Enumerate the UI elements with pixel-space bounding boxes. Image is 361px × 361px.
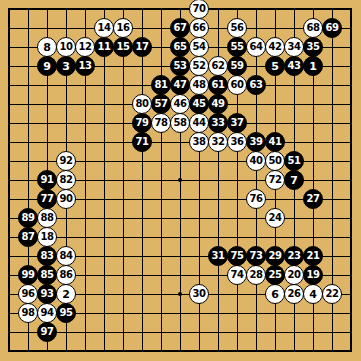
stone-black-55[interactable]: 55	[227, 37, 247, 57]
stone-black-79[interactable]: 79	[132, 113, 152, 133]
stone-white-20[interactable]: 20	[284, 265, 304, 285]
stone-white-94[interactable]: 94	[37, 303, 57, 323]
stone-black-95[interactable]: 95	[56, 303, 76, 323]
stone-white-84[interactable]: 84	[56, 246, 76, 266]
stone-white-16[interactable]: 16	[113, 18, 133, 38]
stone-white-2[interactable]: 2	[56, 284, 76, 304]
stone-black-35[interactable]: 35	[303, 37, 323, 57]
stone-black-27[interactable]: 27	[303, 189, 323, 209]
stone-black-1[interactable]: 1	[303, 56, 323, 76]
stone-white-98[interactable]: 98	[18, 303, 38, 323]
stone-black-71[interactable]: 71	[132, 132, 152, 152]
stone-black-81[interactable]: 81	[151, 75, 171, 95]
stone-white-80[interactable]: 80	[132, 94, 152, 114]
stone-black-99[interactable]: 99	[18, 265, 38, 285]
stone-white-86[interactable]: 86	[56, 265, 76, 285]
stone-white-88[interactable]: 88	[37, 208, 57, 228]
stone-black-53[interactable]: 53	[170, 56, 190, 76]
stone-white-14[interactable]: 14	[94, 18, 114, 38]
stone-black-75[interactable]: 75	[227, 246, 247, 266]
stone-black-43[interactable]: 43	[284, 56, 304, 76]
stone-black-9[interactable]: 9	[37, 56, 57, 76]
stone-white-58[interactable]: 58	[170, 113, 190, 133]
stone-black-13[interactable]: 13	[75, 56, 95, 76]
stone-black-69[interactable]: 69	[322, 18, 342, 38]
stone-white-18[interactable]: 18	[37, 227, 57, 247]
stone-white-10[interactable]: 10	[56, 37, 76, 57]
stone-white-74[interactable]: 74	[227, 265, 247, 285]
stone-white-52[interactable]: 52	[189, 56, 209, 76]
stone-white-72[interactable]: 72	[265, 170, 285, 190]
stone-black-51[interactable]: 51	[284, 151, 304, 171]
stone-white-28[interactable]: 28	[246, 265, 266, 285]
stone-white-22[interactable]: 22	[322, 284, 342, 304]
stone-white-44[interactable]: 44	[189, 113, 209, 133]
stone-white-42[interactable]: 42	[265, 37, 285, 57]
stone-black-77[interactable]: 77	[37, 189, 57, 209]
stone-black-45[interactable]: 45	[189, 94, 209, 114]
stone-white-40[interactable]: 40	[246, 151, 266, 171]
stone-black-73[interactable]: 73	[246, 246, 266, 266]
stone-black-39[interactable]: 39	[246, 132, 266, 152]
stone-white-90[interactable]: 90	[56, 189, 76, 209]
stone-black-3[interactable]: 3	[56, 56, 76, 76]
stone-white-46[interactable]: 46	[170, 94, 190, 114]
stone-black-61[interactable]: 61	[208, 75, 228, 95]
stone-white-26[interactable]: 26	[284, 284, 304, 304]
stone-black-17[interactable]: 17	[132, 37, 152, 57]
stone-black-57[interactable]: 57	[151, 94, 171, 114]
go-board[interactable]: 1234567891011121314151617181920212223242…	[0, 0, 361, 361]
stone-white-8[interactable]: 8	[37, 37, 57, 57]
stone-black-85[interactable]: 85	[37, 265, 57, 285]
stone-white-32[interactable]: 32	[208, 132, 228, 152]
stone-black-47[interactable]: 47	[170, 75, 190, 95]
stone-white-68[interactable]: 68	[303, 18, 323, 38]
stone-white-12[interactable]: 12	[75, 37, 95, 57]
stone-white-82[interactable]: 82	[56, 170, 76, 190]
stone-white-30[interactable]: 30	[189, 284, 209, 304]
stone-black-63[interactable]: 63	[246, 75, 266, 95]
stone-black-29[interactable]: 29	[265, 246, 285, 266]
stone-black-89[interactable]: 89	[18, 208, 38, 228]
stone-black-19[interactable]: 19	[303, 265, 323, 285]
stone-white-60[interactable]: 60	[227, 75, 247, 95]
stone-white-64[interactable]: 64	[246, 37, 266, 57]
stone-black-21[interactable]: 21	[303, 246, 323, 266]
stone-black-37[interactable]: 37	[227, 113, 247, 133]
stone-white-56[interactable]: 56	[227, 18, 247, 38]
stone-black-5[interactable]: 5	[265, 56, 285, 76]
stone-black-41[interactable]: 41	[265, 132, 285, 152]
stone-white-78[interactable]: 78	[151, 113, 171, 133]
stone-black-7[interactable]: 7	[284, 170, 304, 190]
stone-black-59[interactable]: 59	[227, 56, 247, 76]
stone-black-67[interactable]: 67	[170, 18, 190, 38]
stone-black-49[interactable]: 49	[208, 94, 228, 114]
stone-black-31[interactable]: 31	[208, 246, 228, 266]
stone-black-83[interactable]: 83	[37, 246, 57, 266]
stone-white-76[interactable]: 76	[246, 189, 266, 209]
stone-black-15[interactable]: 15	[113, 37, 133, 57]
stone-white-6[interactable]: 6	[265, 284, 285, 304]
stone-white-48[interactable]: 48	[189, 75, 209, 95]
stone-white-38[interactable]: 38	[189, 132, 209, 152]
stone-white-96[interactable]: 96	[18, 284, 38, 304]
stone-black-97[interactable]: 97	[37, 322, 57, 342]
stone-black-87[interactable]: 87	[18, 227, 38, 247]
stone-white-66[interactable]: 66	[189, 18, 209, 38]
stone-black-11[interactable]: 11	[94, 37, 114, 57]
stone-black-23[interactable]: 23	[284, 246, 304, 266]
stone-white-24[interactable]: 24	[265, 208, 285, 228]
stone-white-92[interactable]: 92	[56, 151, 76, 171]
stone-white-62[interactable]: 62	[208, 56, 228, 76]
stone-black-65[interactable]: 65	[170, 37, 190, 57]
stone-black-91[interactable]: 91	[37, 170, 57, 190]
stone-white-36[interactable]: 36	[227, 132, 247, 152]
stone-white-54[interactable]: 54	[189, 37, 209, 57]
stone-white-34[interactable]: 34	[284, 37, 304, 57]
stone-white-50[interactable]: 50	[265, 151, 285, 171]
stone-black-33[interactable]: 33	[208, 113, 228, 133]
stone-black-25[interactable]: 25	[265, 265, 285, 285]
stone-black-93[interactable]: 93	[37, 284, 57, 304]
stone-white-70[interactable]: 70	[189, 0, 209, 19]
stone-white-4[interactable]: 4	[303, 284, 323, 304]
stones-layer: 1234567891011121314151617181920212223242…	[0, 0, 361, 361]
